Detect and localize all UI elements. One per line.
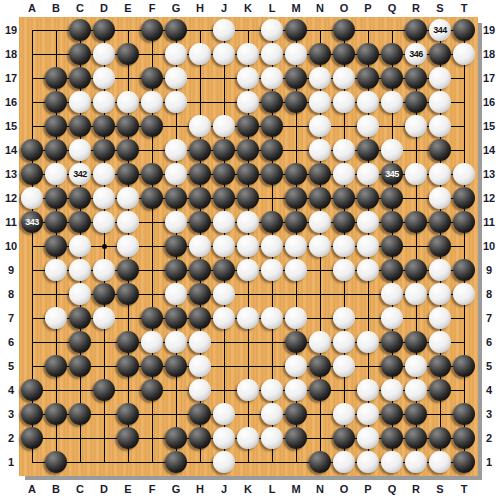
black-stone-K13: [237, 163, 259, 185]
black-stone-M3: [285, 403, 307, 425]
white-stone-O10: [333, 235, 355, 257]
black-stone-L16: [261, 91, 283, 113]
white-stone-E16: [117, 91, 139, 113]
white-stone-T18: [453, 43, 475, 65]
white-stone-Q8: [381, 283, 403, 305]
star-point: [102, 244, 107, 249]
white-stone-R18: 346: [405, 43, 427, 65]
coord-label-right-7: 7: [486, 312, 492, 324]
white-stone-P10: [357, 235, 379, 257]
black-stone-M13: [285, 163, 307, 185]
white-stone-R4: [405, 379, 427, 401]
white-stone-C10: [69, 235, 91, 257]
white-stone-H5: [189, 355, 211, 377]
black-stone-E14: [117, 139, 139, 161]
white-stone-S16: [429, 91, 451, 113]
coord-label-left-8: 8: [8, 288, 14, 300]
white-stone-R13: [405, 163, 427, 185]
white-stone-P6: [357, 331, 379, 353]
black-stone-H14: [189, 139, 211, 161]
black-stone-M12: [285, 187, 307, 209]
black-stone-E8: [117, 283, 139, 305]
white-stone-P4: [357, 379, 379, 401]
white-stone-L2: [261, 427, 283, 449]
coord-label-bottom-C: C: [76, 483, 84, 495]
coord-label-left-15: 15: [5, 120, 17, 132]
white-stone-N10: [309, 235, 331, 257]
black-stone-F12: [141, 187, 163, 209]
coord-label-bottom-L: L: [269, 483, 276, 495]
black-stone-G1: [165, 451, 187, 473]
white-stone-G8: [165, 283, 187, 305]
white-stone-C14: [69, 139, 91, 161]
black-stone-C18: [69, 43, 91, 65]
black-stone-P17: [357, 67, 379, 89]
black-stone-E15: [117, 115, 139, 137]
white-stone-G17: [165, 67, 187, 89]
white-stone-C13: 342: [69, 163, 91, 185]
coord-label-top-J: J: [221, 2, 227, 14]
black-stone-S14: [429, 139, 451, 161]
black-stone-H8: [189, 283, 211, 305]
white-stone-E12: [117, 187, 139, 209]
white-stone-H15: [189, 115, 211, 137]
white-stone-O17: [333, 67, 355, 89]
coord-label-top-B: B: [52, 2, 60, 14]
black-stone-T5: [453, 355, 475, 377]
coord-label-top-D: D: [100, 2, 108, 14]
coord-label-right-13: 13: [483, 168, 495, 180]
coord-label-left-11: 11: [5, 216, 17, 228]
white-stone-A12: [21, 187, 43, 209]
coord-label-bottom-T: T: [461, 483, 468, 495]
white-stone-R5: [405, 355, 427, 377]
white-stone-M18: [285, 43, 307, 65]
coord-label-left-18: 18: [5, 48, 17, 60]
coord-label-bottom-N: N: [316, 483, 324, 495]
black-stone-E6: [117, 331, 139, 353]
white-stone-D18: [93, 43, 115, 65]
black-stone-L14: [261, 139, 283, 161]
white-stone-K10: [237, 235, 259, 257]
black-stone-C11: [69, 211, 91, 233]
white-stone-J8: [213, 283, 235, 305]
coord-label-top-C: C: [76, 2, 84, 14]
black-stone-E9: [117, 259, 139, 281]
white-stone-M5: [285, 355, 307, 377]
white-stone-R1: [405, 451, 427, 473]
coord-label-left-17: 17: [5, 72, 17, 84]
coord-label-right-3: 3: [486, 408, 492, 420]
black-stone-E3: [117, 403, 139, 425]
coord-label-top-T: T: [461, 2, 468, 14]
black-stone-T11: [453, 211, 475, 233]
white-stone-N11: [309, 211, 331, 233]
coord-label-top-P: P: [364, 2, 371, 14]
coord-label-top-G: G: [172, 2, 181, 14]
black-stone-R3: [405, 403, 427, 425]
white-stone-B9: [45, 259, 67, 281]
move-number-label: 344: [433, 25, 447, 35]
black-stone-Q10: [381, 235, 403, 257]
black-stone-A11: 343: [21, 211, 43, 233]
white-stone-K2: [237, 427, 259, 449]
white-stone-N17: [309, 67, 331, 89]
coord-label-right-11: 11: [483, 216, 495, 228]
coord-label-left-7: 7: [8, 312, 14, 324]
black-stone-R17: [405, 67, 427, 89]
white-stone-G6: [165, 331, 187, 353]
white-stone-L17: [261, 67, 283, 89]
white-stone-C8: [69, 283, 91, 305]
black-stone-G19: [165, 19, 187, 41]
black-stone-N4: [309, 379, 331, 401]
white-stone-D9: [93, 259, 115, 281]
coord-label-bottom-E: E: [124, 483, 131, 495]
white-stone-N15: [309, 115, 331, 137]
coord-label-right-1: 1: [486, 456, 492, 468]
black-stone-Q11: [381, 211, 403, 233]
black-stone-L15: [261, 115, 283, 137]
white-stone-J2: [213, 427, 235, 449]
coord-label-bottom-K: K: [244, 483, 252, 495]
black-stone-B12: [45, 187, 67, 209]
black-stone-S11: [429, 211, 451, 233]
black-stone-B1: [45, 451, 67, 473]
black-stone-G12: [165, 187, 187, 209]
black-stone-K15: [237, 115, 259, 137]
white-stone-N16: [309, 91, 331, 113]
white-stone-J1: [213, 451, 235, 473]
white-stone-T8: [453, 283, 475, 305]
black-stone-G7: [165, 307, 187, 329]
coord-label-right-17: 17: [483, 72, 495, 84]
white-stone-H10: [189, 235, 211, 257]
white-stone-S17: [429, 67, 451, 89]
black-stone-T1: [453, 451, 475, 473]
white-stone-J7: [213, 307, 235, 329]
white-stone-O14: [333, 139, 355, 161]
white-stone-O13: [333, 163, 355, 185]
black-stone-O2: [333, 427, 355, 449]
coord-label-left-16: 16: [5, 96, 17, 108]
white-stone-K17: [237, 67, 259, 89]
black-stone-Q2: [381, 427, 403, 449]
black-stone-B14: [45, 139, 67, 161]
black-stone-M19: [285, 19, 307, 41]
coord-label-right-19: 19: [483, 24, 495, 36]
black-stone-G9: [165, 259, 187, 281]
coord-label-bottom-O: O: [340, 483, 349, 495]
coord-label-top-M: M: [291, 2, 300, 14]
white-stone-C16: [69, 91, 91, 113]
coord-label-top-R: R: [412, 2, 420, 14]
coord-label-right-5: 5: [486, 360, 492, 372]
white-stone-M7: [285, 307, 307, 329]
white-stone-D16: [93, 91, 115, 113]
black-stone-D14: [93, 139, 115, 161]
white-stone-S12: [429, 187, 451, 209]
white-stone-C9: [69, 259, 91, 281]
black-stone-E2: [117, 427, 139, 449]
black-stone-M17: [285, 67, 307, 89]
white-stone-H18: [189, 43, 211, 65]
white-stone-Q1: [381, 451, 403, 473]
black-stone-B17: [45, 67, 67, 89]
white-stone-R8: [405, 283, 427, 305]
white-stone-S13: [429, 163, 451, 185]
white-stone-S9: [429, 259, 451, 281]
white-stone-S8: [429, 283, 451, 305]
white-stone-D13: [93, 163, 115, 185]
black-stone-M2: [285, 427, 307, 449]
white-stone-J3: [213, 403, 235, 425]
black-stone-O18: [333, 43, 355, 65]
black-stone-C7: [69, 307, 91, 329]
black-stone-T9: [453, 259, 475, 281]
move-number-label: 342: [73, 169, 87, 179]
white-stone-P1: [357, 451, 379, 473]
black-stone-O11: [333, 211, 355, 233]
white-stone-S6: [429, 331, 451, 353]
black-stone-Q5: [381, 355, 403, 377]
black-stone-H7: [189, 307, 211, 329]
white-stone-L19: [261, 19, 283, 41]
coord-label-top-O: O: [340, 2, 349, 14]
black-stone-Q3: [381, 403, 403, 425]
black-stone-C12: [69, 187, 91, 209]
black-stone-B5: [45, 355, 67, 377]
white-stone-G16: [165, 91, 187, 113]
coord-label-top-F: F: [149, 2, 156, 14]
white-stone-J11: [213, 211, 235, 233]
white-stone-J15: [213, 115, 235, 137]
coord-label-left-14: 14: [5, 144, 17, 156]
black-stone-A2: [21, 427, 43, 449]
coord-label-bottom-D: D: [100, 483, 108, 495]
black-stone-T3: [453, 403, 475, 425]
white-stone-P16: [357, 91, 379, 113]
black-stone-B11: [45, 211, 67, 233]
black-stone-F13: [141, 163, 163, 185]
white-stone-N6: [309, 331, 331, 353]
white-stone-P11: [357, 211, 379, 233]
black-stone-F5: [141, 355, 163, 377]
coord-label-right-15: 15: [483, 120, 495, 132]
black-stone-H3: [189, 403, 211, 425]
black-stone-F17: [141, 67, 163, 89]
coord-label-top-S: S: [436, 2, 443, 14]
black-stone-S4: [429, 379, 451, 401]
white-stone-M4: [285, 379, 307, 401]
black-stone-P12: [357, 187, 379, 209]
white-stone-T13: [453, 163, 475, 185]
white-stone-G18: [165, 43, 187, 65]
go-app: AABBCCDDEEFFGGHHJJKKLLMMNNOOPPQQRRSSTT19…: [0, 0, 500, 500]
black-stone-R16: [405, 91, 427, 113]
coord-label-bottom-M: M: [291, 483, 300, 495]
coord-label-left-5: 5: [8, 360, 14, 372]
coord-label-left-10: 10: [5, 240, 17, 252]
black-stone-J9: [213, 259, 235, 281]
black-stone-S2: [429, 427, 451, 449]
white-stone-O6: [333, 331, 355, 353]
white-stone-L9: [261, 259, 283, 281]
black-stone-D8: [93, 283, 115, 305]
black-stone-G5: [165, 355, 187, 377]
black-stone-B15: [45, 115, 67, 137]
white-stone-O9: [333, 259, 355, 281]
white-stone-O7: [333, 307, 355, 329]
black-stone-Q9: [381, 259, 403, 281]
black-stone-A3: [21, 403, 43, 425]
white-stone-J10: [213, 235, 235, 257]
coord-label-bottom-H: H: [196, 483, 204, 495]
white-stone-O1: [333, 451, 355, 473]
coord-label-left-19: 19: [5, 24, 17, 36]
move-number-label: 343: [25, 217, 39, 227]
white-stone-M9: [285, 259, 307, 281]
coord-label-bottom-S: S: [436, 483, 443, 495]
black-stone-B16: [45, 91, 67, 113]
coord-label-bottom-Q: Q: [388, 483, 397, 495]
black-stone-L11: [261, 211, 283, 233]
white-stone-B13: [45, 163, 67, 185]
black-stone-N1: [309, 451, 331, 473]
black-stone-Q13: 345: [381, 163, 403, 185]
black-stone-C15: [69, 115, 91, 137]
black-stone-B3: [45, 403, 67, 425]
black-stone-O19: [333, 19, 355, 41]
white-stone-P3: [357, 403, 379, 425]
white-stone-F6: [141, 331, 163, 353]
white-stone-S15: [429, 115, 451, 137]
coord-label-left-2: 2: [8, 432, 14, 444]
black-stone-Q17: [381, 67, 403, 89]
black-stone-P18: [357, 43, 379, 65]
black-stone-H11: [189, 211, 211, 233]
white-stone-N14: [309, 139, 331, 161]
white-stone-P9: [357, 259, 379, 281]
coord-label-right-8: 8: [486, 288, 492, 300]
black-stone-N12: [309, 187, 331, 209]
black-stone-J14: [213, 139, 235, 161]
move-number-label: 346: [409, 49, 423, 59]
black-stone-O12: [333, 187, 355, 209]
coord-label-right-9: 9: [486, 264, 492, 276]
black-stone-N5: [309, 355, 331, 377]
coord-label-left-13: 13: [5, 168, 17, 180]
white-stone-D12: [93, 187, 115, 209]
black-stone-C17: [69, 67, 91, 89]
black-stone-J12: [213, 187, 235, 209]
black-stone-G2: [165, 427, 187, 449]
black-stone-S5: [429, 355, 451, 377]
black-stone-A4: [21, 379, 43, 401]
black-stone-K14: [237, 139, 259, 161]
black-stone-J13: [213, 163, 235, 185]
black-stone-H9: [189, 259, 211, 281]
white-stone-Q7: [381, 307, 403, 329]
black-stone-H12: [189, 187, 211, 209]
black-stone-R9: [405, 259, 427, 281]
white-stone-K9: [237, 259, 259, 281]
black-stone-D15: [93, 115, 115, 137]
coord-label-bottom-B: B: [52, 483, 60, 495]
black-stone-M6: [285, 331, 307, 353]
black-stone-G10: [165, 235, 187, 257]
white-stone-J19: [213, 19, 235, 41]
white-stone-L7: [261, 307, 283, 329]
white-stone-K7: [237, 307, 259, 329]
coord-label-bottom-P: P: [364, 483, 371, 495]
white-stone-O16: [333, 91, 355, 113]
coord-label-top-L: L: [269, 2, 276, 14]
coord-label-bottom-A: A: [28, 483, 36, 495]
white-stone-L3: [261, 403, 283, 425]
white-stone-L4: [261, 379, 283, 401]
black-stone-C3: [69, 403, 91, 425]
coord-label-right-10: 10: [483, 240, 495, 252]
coord-label-top-H: H: [196, 2, 204, 14]
black-stone-R11: [405, 211, 427, 233]
coord-label-left-12: 12: [5, 192, 17, 204]
coord-label-top-N: N: [316, 2, 324, 14]
coord-label-top-A: A: [28, 2, 36, 14]
coord-label-left-6: 6: [8, 336, 14, 348]
white-stone-D11: [93, 211, 115, 233]
white-stone-Q4: [381, 379, 403, 401]
coord-label-right-16: 16: [483, 96, 495, 108]
black-stone-F19: [141, 19, 163, 41]
coord-label-right-6: 6: [486, 336, 492, 348]
coord-label-left-4: 4: [8, 384, 14, 396]
black-stone-T2: [453, 427, 475, 449]
white-stone-E10: [117, 235, 139, 257]
white-stone-D7: [93, 307, 115, 329]
white-stone-L10: [261, 235, 283, 257]
white-stone-G14: [165, 139, 187, 161]
black-stone-B10: [45, 235, 67, 257]
coord-label-right-2: 2: [486, 432, 492, 444]
coord-label-top-E: E: [124, 2, 131, 14]
white-stone-L18: [261, 43, 283, 65]
white-stone-O5: [333, 355, 355, 377]
white-stone-K11: [237, 211, 259, 233]
black-stone-N13: [309, 163, 331, 185]
black-stone-C19: [69, 19, 91, 41]
black-stone-E5: [117, 355, 139, 377]
move-number-label: 345: [385, 169, 399, 179]
black-stone-D19: [93, 19, 115, 41]
black-stone-S18: [429, 43, 451, 65]
white-stone-K16: [237, 91, 259, 113]
white-stone-P15: [357, 115, 379, 137]
coord-label-bottom-F: F: [149, 483, 156, 495]
black-stone-N18: [309, 43, 331, 65]
coord-label-top-Q: Q: [388, 2, 397, 14]
black-stone-T19: [453, 19, 475, 41]
coord-label-bottom-R: R: [412, 483, 420, 495]
coord-label-right-14: 14: [483, 144, 495, 156]
white-stone-F16: [141, 91, 163, 113]
coord-label-right-4: 4: [486, 384, 492, 396]
black-stone-Q6: [381, 331, 403, 353]
white-stone-R15: [405, 115, 427, 137]
white-stone-P2: [357, 427, 379, 449]
black-stone-R6: [405, 331, 427, 353]
white-stone-S19: 344: [429, 19, 451, 41]
